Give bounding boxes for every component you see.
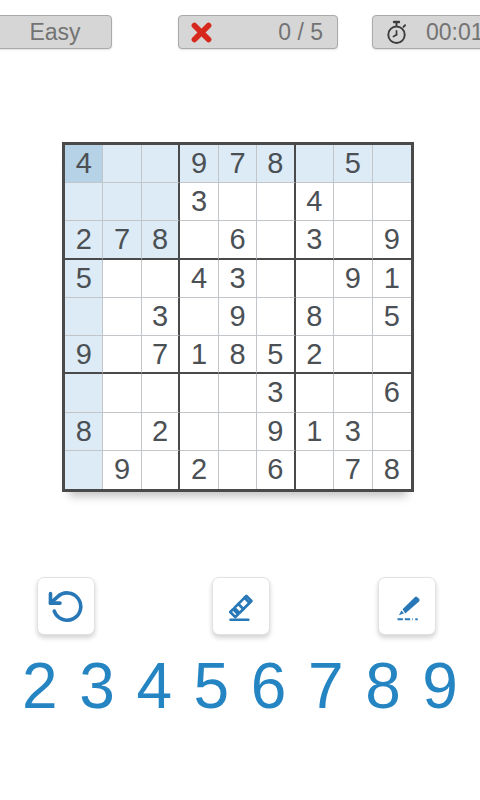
cell-r2c2[interactable] <box>103 183 141 221</box>
cell-r5c5[interactable]: 9 <box>219 298 257 336</box>
cell-r4c7[interactable] <box>296 260 334 298</box>
sudoku-board: 4978534278639543913985971852368291392678 <box>62 142 414 492</box>
cell-r9c6[interactable]: 6 <box>257 451 295 489</box>
cell-r2c6[interactable] <box>257 183 295 221</box>
cell-r9c1[interactable] <box>65 451 103 489</box>
cell-r8c5[interactable] <box>219 413 257 451</box>
numpad-9[interactable]: 9 <box>422 650 458 722</box>
cell-r1c1[interactable]: 4 <box>65 145 103 183</box>
cell-r5c2[interactable] <box>103 298 141 336</box>
numpad: 23456789 <box>0 646 480 726</box>
numpad-3[interactable]: 3 <box>79 650 115 722</box>
cell-r1c7[interactable] <box>296 145 334 183</box>
undo-button[interactable] <box>37 577 95 635</box>
pencil-button[interactable] <box>378 577 436 635</box>
sudoku-app: Easy 0 / 5 00:01 49785342786395439139859… <box>0 0 480 800</box>
cell-r3c4[interactable] <box>180 221 218 259</box>
cell-r7c1[interactable] <box>65 374 103 412</box>
cell-r7c9[interactable]: 6 <box>373 374 411 412</box>
cell-r8c2[interactable] <box>103 413 141 451</box>
cell-r9c4[interactable]: 2 <box>180 451 218 489</box>
timer-value: 00:01 <box>426 16 480 48</box>
cell-r7c8[interactable] <box>334 374 372 412</box>
cell-r9c5[interactable] <box>219 451 257 489</box>
cell-r4c3[interactable] <box>142 260 180 298</box>
numpad-7[interactable]: 7 <box>308 650 344 722</box>
cell-r8c8[interactable]: 3 <box>334 413 372 451</box>
cell-r7c4[interactable] <box>180 374 218 412</box>
cell-r8c7[interactable]: 1 <box>296 413 334 451</box>
cell-r4c2[interactable] <box>103 260 141 298</box>
cell-r7c2[interactable] <box>103 374 141 412</box>
cell-r5c4[interactable] <box>180 298 218 336</box>
difficulty-button[interactable]: Easy <box>0 15 112 49</box>
numpad-2[interactable]: 2 <box>22 650 58 722</box>
eraser-pencil-icon <box>222 587 260 625</box>
numpad-8[interactable]: 8 <box>365 650 401 722</box>
cell-r3c7[interactable]: 3 <box>296 221 334 259</box>
difficulty-label: Easy <box>29 16 80 48</box>
cell-r6c8[interactable] <box>334 336 372 374</box>
cell-r9c2[interactable]: 9 <box>103 451 141 489</box>
cell-r4c5[interactable]: 3 <box>219 260 257 298</box>
cell-r2c8[interactable] <box>334 183 372 221</box>
cell-r3c3[interactable]: 8 <box>142 221 180 259</box>
cell-r5c8[interactable] <box>334 298 372 336</box>
cell-r6c1[interactable]: 9 <box>65 336 103 374</box>
cell-r8c4[interactable] <box>180 413 218 451</box>
cell-r2c3[interactable] <box>142 183 180 221</box>
cell-r1c8[interactable]: 5 <box>334 145 372 183</box>
cell-r7c5[interactable] <box>219 374 257 412</box>
cell-r3c9[interactable]: 9 <box>373 221 411 259</box>
mistake-x-icon <box>189 20 214 45</box>
timer: 00:01 <box>372 15 480 49</box>
undo-icon <box>47 587 85 625</box>
cell-r8c3[interactable]: 2 <box>142 413 180 451</box>
cell-r3c2[interactable]: 7 <box>103 221 141 259</box>
cell-r9c8[interactable]: 7 <box>334 451 372 489</box>
cell-r6c4[interactable]: 1 <box>180 336 218 374</box>
mistakes-count: 0 / 5 <box>278 16 323 48</box>
pencil-icon <box>388 587 426 625</box>
cell-r5c6[interactable] <box>257 298 295 336</box>
cell-r5c1[interactable] <box>65 298 103 336</box>
cell-r9c3[interactable] <box>142 451 180 489</box>
cell-r1c6[interactable]: 8 <box>257 145 295 183</box>
cell-r3c8[interactable] <box>334 221 372 259</box>
cell-r8c9[interactable] <box>373 413 411 451</box>
cell-r9c9[interactable]: 8 <box>373 451 411 489</box>
cell-r2c1[interactable] <box>65 183 103 221</box>
cell-r5c9[interactable]: 5 <box>373 298 411 336</box>
numpad-5[interactable]: 5 <box>194 650 230 722</box>
cell-r2c7[interactable]: 4 <box>296 183 334 221</box>
cell-r3c1[interactable]: 2 <box>65 221 103 259</box>
cell-r5c7[interactable]: 8 <box>296 298 334 336</box>
cell-r3c6[interactable] <box>257 221 295 259</box>
numpad-4[interactable]: 4 <box>136 650 172 722</box>
cell-r4c9[interactable]: 1 <box>373 260 411 298</box>
cell-r6c5[interactable]: 8 <box>219 336 257 374</box>
cell-r6c2[interactable] <box>103 336 141 374</box>
cell-r1c5[interactable]: 7 <box>219 145 257 183</box>
cell-r2c9[interactable] <box>373 183 411 221</box>
cell-r4c8[interactable]: 9 <box>334 260 372 298</box>
cell-r2c5[interactable] <box>219 183 257 221</box>
cell-r7c6[interactable]: 3 <box>257 374 295 412</box>
numpad-6[interactable]: 6 <box>251 650 287 722</box>
cell-r6c9[interactable] <box>373 336 411 374</box>
cell-r9c7[interactable] <box>296 451 334 489</box>
cell-r6c7[interactable]: 2 <box>296 336 334 374</box>
cell-r4c1[interactable]: 5 <box>65 260 103 298</box>
cell-r6c3[interactable]: 7 <box>142 336 180 374</box>
cell-r7c3[interactable] <box>142 374 180 412</box>
cell-r4c6[interactable] <box>257 260 295 298</box>
cell-r2c4[interactable]: 3 <box>180 183 218 221</box>
cell-r4c4[interactable]: 4 <box>180 260 218 298</box>
cell-r3c5[interactable]: 6 <box>219 221 257 259</box>
erase-button[interactable] <box>212 577 270 635</box>
cell-r5c3[interactable]: 3 <box>142 298 180 336</box>
mistakes-indicator: 0 / 5 <box>178 15 338 49</box>
cell-r7c7[interactable] <box>296 374 334 412</box>
cell-r8c1[interactable]: 8 <box>65 413 103 451</box>
cell-r1c3[interactable] <box>142 145 180 183</box>
cell-r1c2[interactable] <box>103 145 141 183</box>
cell-r1c4[interactable]: 9 <box>180 145 218 183</box>
cell-r6c6[interactable]: 5 <box>257 336 295 374</box>
cell-r8c6[interactable]: 9 <box>257 413 295 451</box>
stopwatch-icon <box>383 19 410 46</box>
cell-r1c9[interactable] <box>373 145 411 183</box>
